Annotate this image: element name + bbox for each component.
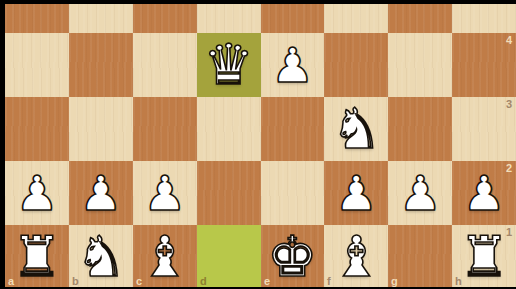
rank-label-3: 3 bbox=[506, 99, 512, 110]
square-a4[interactable] bbox=[5, 33, 69, 97]
piece-white-knight[interactable]: ♞ bbox=[76, 229, 126, 285]
piece-white-knight[interactable]: ♞ bbox=[331, 101, 381, 157]
squares-grid: ♛♟♞♟♟♟♟♟♟♜♞♝♚♝♜ bbox=[5, 4, 516, 289]
square-d3[interactable] bbox=[197, 97, 261, 161]
chess-board: ♛♟♞♟♟♟♟♟♟♜♞♝♚♝♜ 4321abcdefgh bbox=[5, 4, 516, 289]
square-c5[interactable] bbox=[133, 4, 197, 33]
square-a5[interactable] bbox=[5, 4, 69, 33]
square-b4[interactable] bbox=[69, 33, 133, 97]
piece-white-pawn[interactable]: ♟ bbox=[15, 169, 58, 217]
square-a2[interactable]: ♟ bbox=[5, 161, 69, 225]
square-f2[interactable]: ♟ bbox=[324, 161, 388, 225]
piece-white-pawn[interactable]: ♟ bbox=[335, 169, 378, 217]
square-e3[interactable] bbox=[261, 97, 325, 161]
square-e2[interactable] bbox=[261, 161, 325, 225]
piece-white-pawn[interactable]: ♟ bbox=[79, 169, 122, 217]
file-label-f: f bbox=[327, 276, 331, 287]
square-f3[interactable]: ♞ bbox=[324, 97, 388, 161]
piece-white-queen[interactable]: ♛ bbox=[203, 37, 253, 93]
square-b5[interactable] bbox=[69, 4, 133, 33]
piece-white-rook[interactable]: ♜ bbox=[459, 229, 509, 285]
square-f1[interactable]: ♝ bbox=[324, 225, 388, 289]
square-f5[interactable] bbox=[324, 4, 388, 33]
square-g4[interactable] bbox=[388, 33, 452, 97]
square-e4[interactable]: ♟ bbox=[261, 33, 325, 97]
square-g2[interactable]: ♟ bbox=[388, 161, 452, 225]
piece-white-pawn[interactable]: ♟ bbox=[463, 169, 506, 217]
square-h1[interactable]: ♜ bbox=[452, 225, 516, 289]
piece-white-king[interactable]: ♚ bbox=[267, 229, 317, 285]
square-a1[interactable]: ♜ bbox=[5, 225, 69, 289]
file-label-d: d bbox=[200, 276, 207, 287]
square-c1[interactable]: ♝ bbox=[133, 225, 197, 289]
rank-label-2: 2 bbox=[506, 163, 512, 174]
square-d4[interactable]: ♛ bbox=[197, 33, 261, 97]
square-g3[interactable] bbox=[388, 97, 452, 161]
piece-white-bishop[interactable]: ♝ bbox=[140, 229, 190, 285]
square-c3[interactable] bbox=[133, 97, 197, 161]
piece-white-pawn[interactable]: ♟ bbox=[399, 169, 442, 217]
video-frame: ♛♟♞♟♟♟♟♟♟♜♞♝♚♝♜ 4321abcdefgh bbox=[0, 0, 516, 289]
square-b3[interactable] bbox=[69, 97, 133, 161]
square-f4[interactable] bbox=[324, 33, 388, 97]
square-e5[interactable] bbox=[261, 4, 325, 33]
square-d2[interactable] bbox=[197, 161, 261, 225]
square-c4[interactable] bbox=[133, 33, 197, 97]
square-g5[interactable] bbox=[388, 4, 452, 33]
piece-white-bishop[interactable]: ♝ bbox=[331, 229, 381, 285]
piece-white-pawn[interactable]: ♟ bbox=[143, 169, 186, 217]
square-c2[interactable]: ♟ bbox=[133, 161, 197, 225]
piece-white-pawn[interactable]: ♟ bbox=[271, 41, 314, 89]
square-e1[interactable]: ♚ bbox=[261, 225, 325, 289]
file-label-g: g bbox=[391, 276, 398, 287]
square-h5[interactable] bbox=[452, 4, 516, 33]
rank-label-4: 4 bbox=[506, 35, 512, 46]
piece-white-rook[interactable]: ♜ bbox=[12, 229, 62, 285]
square-b1[interactable]: ♞ bbox=[69, 225, 133, 289]
square-d5[interactable] bbox=[197, 4, 261, 33]
square-g1[interactable] bbox=[388, 225, 452, 289]
square-b2[interactable]: ♟ bbox=[69, 161, 133, 225]
square-a3[interactable] bbox=[5, 97, 69, 161]
